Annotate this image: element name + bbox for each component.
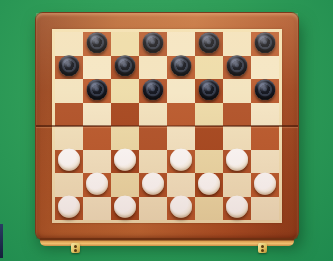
square-b1 (83, 197, 111, 221)
square-h1 (251, 197, 279, 221)
black-checker[interactable] (199, 32, 220, 53)
square-g5[interactable] (223, 103, 251, 127)
black-checker[interactable] (143, 32, 164, 53)
hinge-screw (261, 249, 264, 252)
white-checker[interactable] (170, 149, 192, 171)
square-h7 (251, 56, 279, 80)
white-checker[interactable] (254, 172, 276, 194)
square-g4 (223, 126, 251, 150)
black-checker[interactable] (87, 79, 108, 100)
square-e4 (167, 126, 195, 150)
square-d2[interactable] (139, 173, 167, 197)
square-c6 (111, 79, 139, 103)
square-c3[interactable] (111, 150, 139, 174)
square-f4[interactable] (195, 126, 223, 150)
square-h8[interactable] (251, 32, 279, 56)
square-b4[interactable] (83, 126, 111, 150)
square-b2[interactable] (83, 173, 111, 197)
square-f1 (195, 197, 223, 221)
square-e7[interactable] (167, 56, 195, 80)
square-f5 (195, 103, 223, 127)
square-e6 (167, 79, 195, 103)
square-c8 (111, 32, 139, 56)
square-e8 (167, 32, 195, 56)
square-a4 (55, 126, 83, 150)
square-h2[interactable] (251, 173, 279, 197)
square-d1 (139, 197, 167, 221)
black-checker[interactable] (87, 32, 108, 53)
white-checker[interactable] (170, 196, 192, 218)
square-b6[interactable] (83, 79, 111, 103)
square-b5 (83, 103, 111, 127)
square-f2[interactable] (195, 173, 223, 197)
square-g2 (223, 173, 251, 197)
square-g1[interactable] (223, 197, 251, 221)
square-d7 (139, 56, 167, 80)
square-c4 (111, 126, 139, 150)
square-b3 (83, 150, 111, 174)
square-b7 (83, 56, 111, 80)
square-a5[interactable] (55, 103, 83, 127)
square-h6[interactable] (251, 79, 279, 103)
black-checker[interactable] (171, 55, 192, 76)
hinge-screw (74, 249, 77, 252)
square-f3 (195, 150, 223, 174)
square-d3 (139, 150, 167, 174)
board-fold-seam (36, 125, 298, 127)
white-checker[interactable] (58, 196, 80, 218)
black-checker[interactable] (255, 32, 276, 53)
square-d6[interactable] (139, 79, 167, 103)
square-d4[interactable] (139, 126, 167, 150)
white-checker[interactable] (114, 196, 136, 218)
square-d5 (139, 103, 167, 127)
square-c1[interactable] (111, 197, 139, 221)
black-checker[interactable] (199, 79, 220, 100)
black-checker[interactable] (143, 79, 164, 100)
black-checker[interactable] (227, 55, 248, 76)
white-checker[interactable] (226, 196, 248, 218)
hinge-screw (261, 245, 264, 248)
square-f7 (195, 56, 223, 80)
square-e2 (167, 173, 195, 197)
hinge-screw (74, 245, 77, 248)
square-a3[interactable] (55, 150, 83, 174)
square-h5 (251, 103, 279, 127)
square-a6 (55, 79, 83, 103)
square-e1[interactable] (167, 197, 195, 221)
white-checker[interactable] (114, 149, 136, 171)
square-f6[interactable] (195, 79, 223, 103)
white-checker[interactable] (226, 149, 248, 171)
white-checker[interactable] (58, 149, 80, 171)
square-c5[interactable] (111, 103, 139, 127)
white-checker[interactable] (86, 172, 108, 194)
square-b8[interactable] (83, 32, 111, 56)
square-e5[interactable] (167, 103, 195, 127)
square-g8 (223, 32, 251, 56)
square-a2 (55, 173, 83, 197)
square-f8[interactable] (195, 32, 223, 56)
square-h3 (251, 150, 279, 174)
square-a7[interactable] (55, 56, 83, 80)
white-checker[interactable] (198, 172, 220, 194)
square-c2 (111, 173, 139, 197)
square-c7[interactable] (111, 56, 139, 80)
black-checker[interactable] (115, 55, 136, 76)
black-checker[interactable] (59, 55, 80, 76)
black-checker[interactable] (255, 79, 276, 100)
square-a1[interactable] (55, 197, 83, 221)
square-d8[interactable] (139, 32, 167, 56)
square-g7[interactable] (223, 56, 251, 80)
square-h4[interactable] (251, 126, 279, 150)
square-e3[interactable] (167, 150, 195, 174)
checkers-board (36, 13, 298, 239)
square-g6 (223, 79, 251, 103)
brass-hinge-right (258, 243, 267, 253)
brass-hinge-left (71, 243, 80, 253)
square-a8 (55, 32, 83, 56)
photo-edge-artifact (0, 224, 3, 258)
square-g3[interactable] (223, 150, 251, 174)
white-checker[interactable] (142, 172, 164, 194)
table-felt (0, 0, 333, 261)
